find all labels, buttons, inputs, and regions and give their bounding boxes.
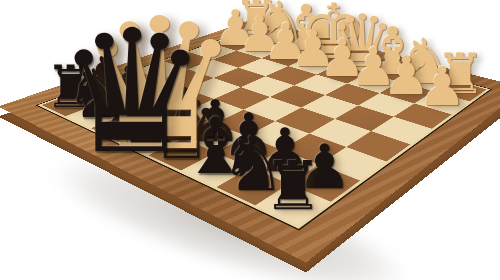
piece-white-p-a2[interactable]: ♟ xyxy=(418,60,466,114)
extra-queen-black[interactable]: ♛ xyxy=(56,7,208,177)
piece-black-r-a8[interactable]: ♜ xyxy=(263,153,323,220)
chess-set-product-photo: ♜♞♝♛♚♝♞♜♟♟♟♟♟♟♟♟♟♟♟♟♟♟♟♟♜♞♝♛♚♝♞♜♛♛ xyxy=(0,0,500,280)
